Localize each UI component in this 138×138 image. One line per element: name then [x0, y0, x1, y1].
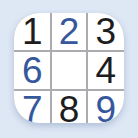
app-icon-background: 1 2 3 6 4 7 8 9: [0, 0, 138, 138]
sudoku-cell-r2c1: 6: [14, 52, 50, 89]
sudoku-cell-r1c3: 3: [88, 13, 124, 50]
sudoku-cell-r2c2: [52, 52, 85, 89]
sudoku-cell-r3c3: 9: [88, 91, 124, 123]
sudoku-grid: 1 2 3 6 4 7 8 9: [14, 13, 124, 123]
sudoku-cell-r3c2: 8: [52, 91, 85, 123]
sudoku-cell-r3c1: 7: [14, 91, 50, 123]
sudoku-cell-r2c3: 4: [88, 52, 124, 89]
sudoku-cell-r1c1: 1: [14, 13, 50, 50]
sudoku-app-icon[interactable]: 1 2 3 6 4 7 8 9: [14, 13, 124, 123]
sudoku-cell-r1c2: 2: [52, 13, 85, 50]
